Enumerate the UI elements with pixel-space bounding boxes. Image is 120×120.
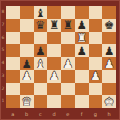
square-d4[interactable] — [47, 57, 61, 70]
square-b7[interactable] — [20, 19, 34, 32]
black-queen[interactable]: ♛ — [35, 20, 45, 32]
square-b2[interactable] — [20, 83, 34, 96]
square-a8[interactable] — [6, 6, 20, 19]
square-d3[interactable]: ♟ — [47, 70, 61, 83]
square-g1[interactable] — [89, 95, 103, 108]
square-b8[interactable] — [20, 6, 34, 19]
square-f6[interactable]: ♜ — [75, 32, 89, 45]
square-a3[interactable] — [6, 70, 20, 83]
square-c8[interactable]: ♝ — [34, 6, 48, 19]
square-f1[interactable] — [75, 95, 89, 108]
rank-label-3: 3 — [0, 70, 6, 83]
rank-labels: 87654321 — [0, 6, 6, 108]
square-c1[interactable] — [34, 95, 48, 108]
square-e5[interactable] — [61, 44, 75, 57]
white-pawn[interactable]: ♟ — [90, 71, 100, 83]
square-a2[interactable] — [6, 83, 20, 96]
square-h4[interactable]: ♟ — [102, 57, 116, 70]
square-h6[interactable] — [102, 32, 116, 45]
rank-label-5: 5 — [0, 44, 6, 57]
file-label-b: b — [20, 109, 34, 119]
square-f7[interactable]: ♟ — [75, 19, 89, 32]
square-a7[interactable] — [6, 19, 20, 32]
square-g5[interactable] — [89, 44, 103, 57]
square-g3[interactable]: ♟ — [89, 70, 103, 83]
square-d6[interactable] — [47, 32, 61, 45]
square-a6[interactable] — [6, 32, 20, 45]
square-f4[interactable] — [75, 57, 89, 70]
square-h3[interactable] — [102, 70, 116, 83]
square-h2[interactable] — [102, 83, 116, 96]
square-g4[interactable] — [89, 57, 103, 70]
square-e2[interactable] — [61, 83, 75, 96]
square-e1[interactable] — [61, 95, 75, 108]
file-label-a: a — [6, 109, 20, 119]
white-pawn[interactable]: ♟ — [63, 58, 73, 70]
square-c7[interactable]: ♛ — [34, 19, 48, 32]
square-c6[interactable] — [34, 32, 48, 45]
white-bishop[interactable]: ♝ — [35, 58, 45, 70]
chess-board: ♝♛♜♜♟♚♜♟♟♟♟♝♟♟♟♟♟♛♚ — [6, 6, 116, 108]
square-a4[interactable] — [6, 57, 20, 70]
white-king[interactable]: ♚ — [104, 96, 114, 108]
square-c4[interactable]: ♝ — [34, 57, 48, 70]
black-king[interactable]: ♚ — [104, 20, 114, 32]
square-f3[interactable] — [75, 70, 89, 83]
square-f8[interactable] — [75, 6, 89, 19]
file-label-e: e — [61, 109, 75, 119]
rank-label-6: 6 — [0, 32, 6, 45]
square-e3[interactable] — [61, 70, 75, 83]
square-e6[interactable] — [61, 32, 75, 45]
square-h8[interactable] — [102, 6, 116, 19]
square-h7[interactable]: ♚ — [102, 19, 116, 32]
square-g7[interactable] — [89, 19, 103, 32]
square-e8[interactable] — [61, 6, 75, 19]
rank-label-7: 7 — [0, 19, 6, 32]
square-f5[interactable]: ♟ — [75, 44, 89, 57]
file-label-h: h — [102, 109, 116, 119]
square-a5[interactable] — [6, 44, 20, 57]
black-pawn[interactable]: ♟ — [76, 45, 86, 57]
square-e4[interactable]: ♟ — [61, 57, 75, 70]
file-label-g: g — [89, 109, 103, 119]
white-queen[interactable]: ♛ — [21, 96, 31, 108]
square-b1[interactable]: ♛ — [20, 95, 34, 108]
square-e7[interactable]: ♜ — [61, 19, 75, 32]
white-pawn[interactable]: ♟ — [21, 71, 31, 83]
rank-label-4: 4 — [0, 57, 6, 70]
file-label-f: f — [75, 109, 89, 119]
square-b6[interactable] — [20, 32, 34, 45]
black-rook[interactable]: ♜ — [63, 20, 73, 32]
square-b4[interactable]: ♟ — [20, 57, 34, 70]
file-labels: abcdefgh — [6, 109, 116, 119]
square-f2[interactable] — [75, 83, 89, 96]
square-h1[interactable]: ♚ — [102, 95, 116, 108]
square-c2[interactable] — [34, 83, 48, 96]
black-rook[interactable]: ♜ — [49, 20, 59, 32]
white-pawn[interactable]: ♟ — [104, 58, 114, 70]
rank-label-2: 2 — [0, 83, 6, 96]
chess-diagram: ♝♛♜♜♟♚♜♟♟♟♟♝♟♟♟♟♟♛♚ abcdefgh 87654321 — [0, 0, 120, 120]
square-d1[interactable] — [47, 95, 61, 108]
square-d7[interactable]: ♜ — [47, 19, 61, 32]
square-a1[interactable] — [6, 95, 20, 108]
square-d2[interactable] — [47, 83, 61, 96]
square-g8[interactable] — [89, 6, 103, 19]
square-c5[interactable]: ♟ — [34, 44, 48, 57]
white-pawn[interactable]: ♟ — [49, 71, 59, 83]
square-d8[interactable] — [47, 6, 61, 19]
rank-label-1: 1 — [0, 95, 6, 108]
file-label-d: d — [47, 109, 61, 119]
square-c3[interactable] — [34, 70, 48, 83]
square-d5[interactable] — [47, 44, 61, 57]
rank-label-8: 8 — [0, 6, 6, 19]
square-h5[interactable]: ♟ — [102, 44, 116, 57]
square-b3[interactable]: ♟ — [20, 70, 34, 83]
square-g2[interactable] — [89, 83, 103, 96]
square-g6[interactable] — [89, 32, 103, 45]
file-label-c: c — [34, 109, 48, 119]
square-b5[interactable] — [20, 44, 34, 57]
